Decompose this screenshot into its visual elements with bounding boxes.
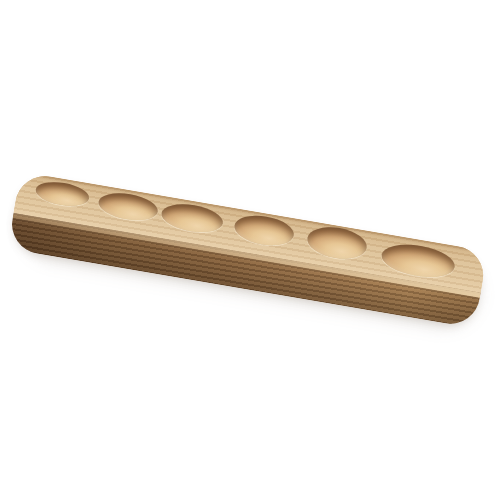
mancala-board xyxy=(7,172,487,329)
pit-1[interactable] xyxy=(34,179,91,210)
pit-4[interactable] xyxy=(232,212,296,250)
pit-5[interactable] xyxy=(305,223,369,263)
pit-2[interactable] xyxy=(97,189,160,224)
pit-3[interactable] xyxy=(159,200,224,236)
pit-6[interactable] xyxy=(379,240,457,282)
pit-row xyxy=(7,172,487,329)
product-photo-stage xyxy=(0,0,500,500)
